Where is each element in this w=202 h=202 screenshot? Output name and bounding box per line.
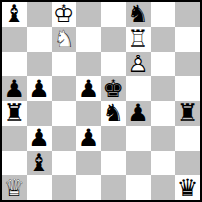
square-a7[interactable] (2, 27, 27, 52)
piece-glyph: ♟ (127, 101, 149, 126)
square-e5[interactable]: ♚ (101, 76, 126, 101)
piece-glyph: ♟ (4, 76, 26, 101)
square-e1[interactable] (101, 175, 126, 200)
square-h4[interactable]: ♜ (175, 101, 200, 126)
chess-board: ♝♚♔♞♞♘♜♖♟♙♟♟♟♚♜♞♟♜♟♟♝♛♕♛ (0, 0, 202, 202)
square-b2[interactable]: ♝ (27, 151, 52, 176)
piece-glyph: ♘ (53, 27, 75, 52)
square-d7[interactable] (76, 27, 101, 52)
black-knight-icon[interactable]: ♞ (103, 101, 125, 125)
piece-glyph: ♛ (177, 175, 199, 200)
white-knight-icon[interactable]: ♞♘ (53, 27, 75, 51)
piece-glyph: ♟ (78, 126, 100, 151)
square-c7[interactable]: ♞♘ (52, 27, 77, 52)
square-h2[interactable] (175, 151, 200, 176)
square-e4[interactable]: ♞ (101, 101, 126, 126)
piece-glyph: ♕ (4, 175, 26, 200)
black-king-icon[interactable]: ♚ (103, 77, 125, 101)
piece-glyph: ♚ (103, 76, 125, 101)
square-a2[interactable] (2, 151, 27, 176)
black-pawn-icon[interactable]: ♟ (127, 101, 149, 125)
square-b7[interactable] (27, 27, 52, 52)
square-a8[interactable]: ♝ (2, 2, 27, 27)
square-g4[interactable] (151, 101, 176, 126)
square-g5[interactable] (151, 76, 176, 101)
square-f7[interactable]: ♜♖ (126, 27, 151, 52)
square-d8[interactable] (76, 2, 101, 27)
square-h7[interactable] (175, 27, 200, 52)
square-d3[interactable]: ♟ (76, 126, 101, 151)
square-b3[interactable]: ♟ (27, 126, 52, 151)
piece-glyph: ♜ (4, 101, 26, 126)
square-c2[interactable] (52, 151, 77, 176)
piece-glyph: ♖ (127, 27, 149, 52)
black-pawn-icon[interactable]: ♟ (28, 77, 50, 101)
square-h5[interactable] (175, 76, 200, 101)
black-rook-icon[interactable]: ♜ (177, 101, 199, 125)
square-e7[interactable] (101, 27, 126, 52)
square-g1[interactable] (151, 175, 176, 200)
square-b6[interactable] (27, 52, 52, 77)
square-e3[interactable] (101, 126, 126, 151)
square-f6[interactable]: ♟♙ (126, 52, 151, 77)
square-e8[interactable] (101, 2, 126, 27)
square-f4[interactable]: ♟ (126, 101, 151, 126)
square-c5[interactable] (52, 76, 77, 101)
square-f2[interactable] (126, 151, 151, 176)
black-pawn-icon[interactable]: ♟ (78, 77, 100, 101)
piece-glyph: ♞ (103, 101, 125, 126)
black-knight-icon[interactable]: ♞ (127, 2, 149, 26)
square-e6[interactable] (101, 52, 126, 77)
square-c1[interactable] (52, 175, 77, 200)
white-queen-icon[interactable]: ♛♕ (4, 176, 26, 200)
square-g8[interactable] (151, 2, 176, 27)
piece-glyph: ♙ (127, 52, 149, 77)
square-a4[interactable]: ♜ (2, 101, 27, 126)
black-pawn-icon[interactable]: ♟ (28, 126, 50, 150)
square-g2[interactable] (151, 151, 176, 176)
square-d6[interactable] (76, 52, 101, 77)
piece-glyph: ♟ (78, 76, 100, 101)
white-rook-icon[interactable]: ♜♖ (127, 27, 149, 51)
black-bishop-icon[interactable]: ♝ (28, 151, 50, 175)
square-a3[interactable] (2, 126, 27, 151)
piece-glyph: ♞ (127, 2, 149, 27)
piece-glyph: ♝ (4, 2, 26, 27)
black-pawn-icon[interactable]: ♟ (4, 77, 26, 101)
square-h1[interactable]: ♛ (175, 175, 200, 200)
piece-glyph: ♝ (28, 151, 50, 176)
square-d2[interactable] (76, 151, 101, 176)
square-h8[interactable] (175, 2, 200, 27)
square-h3[interactable] (175, 126, 200, 151)
square-g7[interactable] (151, 27, 176, 52)
piece-glyph: ♟ (28, 126, 50, 151)
square-h6[interactable] (175, 52, 200, 77)
square-e2[interactable] (101, 151, 126, 176)
square-f8[interactable]: ♞ (126, 2, 151, 27)
square-a6[interactable] (2, 52, 27, 77)
square-f3[interactable] (126, 126, 151, 151)
black-rook-icon[interactable]: ♜ (4, 101, 26, 125)
square-c6[interactable] (52, 52, 77, 77)
black-pawn-icon[interactable]: ♟ (78, 126, 100, 150)
square-c8[interactable]: ♚♔ (52, 2, 77, 27)
square-c3[interactable] (52, 126, 77, 151)
black-bishop-icon[interactable]: ♝ (4, 2, 26, 26)
white-king-icon[interactable]: ♚♔ (53, 2, 75, 26)
square-b4[interactable] (27, 101, 52, 126)
square-b5[interactable]: ♟ (27, 76, 52, 101)
square-g6[interactable] (151, 52, 176, 77)
square-d1[interactable] (76, 175, 101, 200)
square-c4[interactable] (52, 101, 77, 126)
square-g3[interactable] (151, 126, 176, 151)
square-a5[interactable]: ♟ (2, 76, 27, 101)
square-f1[interactable] (126, 175, 151, 200)
square-d4[interactable] (76, 101, 101, 126)
square-a1[interactable]: ♛♕ (2, 175, 27, 200)
square-d5[interactable]: ♟ (76, 76, 101, 101)
square-b8[interactable] (27, 2, 52, 27)
black-queen-icon[interactable]: ♛ (177, 176, 199, 200)
square-f5[interactable] (126, 76, 151, 101)
white-pawn-icon[interactable]: ♟♙ (127, 52, 149, 76)
piece-glyph: ♜ (177, 101, 199, 126)
piece-glyph: ♟ (28, 76, 50, 101)
square-b1[interactable] (27, 175, 52, 200)
piece-glyph: ♔ (53, 2, 75, 27)
